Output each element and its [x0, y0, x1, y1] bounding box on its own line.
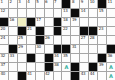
block-cell: [27, 54, 35, 62]
clue-number: 33: [9, 54, 14, 58]
grid-cell[interactable]: 21: [27, 27, 35, 35]
revealed-letter: A: [107, 64, 115, 70]
grid-cell[interactable]: [80, 18, 88, 26]
grid-cell[interactable]: [27, 9, 35, 17]
grid-cell[interactable]: [18, 63, 26, 71]
block-cell: [18, 72, 26, 80]
clue-number: 17: [36, 18, 41, 22]
grid-cell[interactable]: 44: [89, 72, 97, 80]
grid-cell[interactable]: [107, 36, 115, 44]
grid-cell[interactable]: [36, 9, 44, 17]
clue-number: 25: [18, 36, 23, 40]
block-cell: [45, 54, 53, 62]
grid-cell[interactable]: 43: [80, 72, 88, 80]
clue-number: 37: [1, 63, 6, 67]
clue-number: 21: [27, 27, 32, 31]
block-cell: [54, 45, 62, 53]
clue-number: 2: [9, 0, 11, 4]
grid-cell[interactable]: [98, 36, 106, 44]
grid-cell[interactable]: [54, 9, 62, 17]
grid-cell[interactable]: 42: [45, 72, 53, 80]
revealed-letter: A: [62, 64, 70, 70]
clue-number: 12: [1, 9, 6, 13]
block-cell: [98, 54, 106, 62]
grid-cell[interactable]: [18, 18, 26, 26]
clue-number: 16: [9, 18, 14, 22]
grid-cell[interactable]: 1: [0, 0, 8, 8]
clue-number: 24: [1, 36, 6, 40]
clue-number: 39: [99, 63, 104, 67]
clue-number: 3: [18, 0, 20, 4]
clue-number: 13: [63, 9, 68, 13]
grid-cell[interactable]: [18, 9, 26, 17]
clue-number: 18: [63, 18, 68, 22]
grid-cell[interactable]: 34: [54, 54, 62, 62]
block-cell: [27, 18, 35, 26]
grid-cell[interactable]: [98, 72, 106, 80]
grid-cell[interactable]: [36, 63, 44, 71]
block-cell: [89, 63, 97, 71]
grid-cell[interactable]: 35: [62, 54, 70, 62]
clue-number: 40: [1, 72, 6, 76]
revealed-letter: A: [107, 73, 115, 79]
clue-number: 22: [63, 27, 68, 31]
grid-cell[interactable]: [80, 45, 88, 53]
clue-number: 10: [90, 0, 95, 4]
grid-cell[interactable]: [62, 36, 70, 44]
grid-cell[interactable]: 7: [54, 0, 62, 8]
clue-number: 5: [36, 0, 38, 4]
grid-cell[interactable]: 25: [18, 36, 26, 44]
clue-number: 28: [90, 36, 95, 40]
grid-cell[interactable]: [45, 45, 53, 53]
grid-cell[interactable]: [89, 9, 97, 17]
clue-number: 11: [108, 0, 113, 4]
grid-cell[interactable]: 16: [9, 18, 17, 26]
grid-cell[interactable]: [45, 9, 53, 17]
block-cell: [71, 72, 79, 80]
clue-number: 26: [45, 36, 50, 40]
block-cell: [36, 27, 44, 35]
grid-cell[interactable]: 40: [0, 72, 8, 80]
block-cell: [71, 9, 79, 17]
clue-number: 1: [1, 0, 3, 4]
clue-number: 8: [72, 0, 74, 4]
grid-cell[interactable]: 11: [107, 0, 115, 8]
grid-cell[interactable]: 28: [89, 36, 97, 44]
grid-cell[interactable]: [9, 72, 17, 80]
block-cell: [62, 45, 70, 53]
grid-cell[interactable]: 19: [71, 18, 79, 26]
grid-cell[interactable]: [98, 45, 106, 53]
grid-cell[interactable]: [71, 27, 79, 35]
clue-number: 7: [54, 0, 56, 4]
grid-cell[interactable]: 12: [0, 9, 8, 17]
grid-cell[interactable]: [9, 9, 17, 17]
grid-cell[interactable]: [80, 63, 88, 71]
clue-number: 23: [99, 27, 104, 31]
grid-cell[interactable]: [107, 9, 115, 17]
clue-number: 31: [72, 45, 77, 49]
grid-cell[interactable]: 4: [27, 0, 35, 8]
grid-cell[interactable]: [45, 27, 53, 35]
block-cell: [9, 45, 17, 53]
clue-number: 19: [72, 18, 77, 22]
grid-cell[interactable]: A: [107, 72, 115, 80]
clue-number: 15: [99, 9, 104, 13]
grid-cell[interactable]: 9: [80, 0, 88, 8]
grid-cell[interactable]: 10: [89, 0, 97, 8]
grid-cell[interactable]: 26: [45, 36, 53, 44]
clue-number: 38: [54, 63, 59, 67]
grid-cell[interactable]: 39: [98, 63, 106, 71]
clue-number: 14: [81, 9, 86, 13]
grid-cell[interactable]: 41: [27, 72, 35, 80]
grid-cell[interactable]: 15: [98, 9, 106, 17]
block-cell: [18, 27, 26, 35]
grid-cell[interactable]: [89, 45, 97, 53]
clue-number: 29: [18, 45, 23, 49]
block-cell: [0, 18, 8, 26]
grid-cell[interactable]: [107, 27, 115, 35]
grid-cell[interactable]: 2: [9, 0, 17, 8]
grid-cell[interactable]: 3: [18, 0, 26, 8]
grid-cell[interactable]: [36, 54, 44, 62]
clue-number: 43: [81, 72, 86, 76]
clue-number: 42: [45, 72, 50, 76]
clue-number: 30: [36, 45, 41, 49]
grid-cell[interactable]: 13: [62, 9, 70, 17]
grid-cell[interactable]: [45, 18, 53, 26]
grid-cell[interactable]: 36: [107, 54, 115, 62]
grid-cell[interactable]: 37: [0, 63, 8, 71]
grid-cell[interactable]: A: [62, 63, 70, 71]
grid-cell[interactable]: [71, 54, 79, 62]
grid-cell[interactable]: [27, 36, 35, 44]
grid-cell[interactable]: 23: [98, 27, 106, 35]
block-cell: [62, 0, 70, 8]
block-cell: [71, 63, 79, 71]
grid-cell[interactable]: [9, 36, 17, 44]
grid-cell[interactable]: 38: [54, 63, 62, 71]
grid-cell[interactable]: 31: [71, 45, 79, 53]
grid-cell[interactable]: [36, 72, 44, 80]
grid-cell[interactable]: [89, 18, 97, 26]
clue-number: 35: [63, 54, 68, 58]
grid-cell[interactable]: [54, 36, 62, 44]
grid-cell[interactable]: [0, 45, 8, 53]
grid-cell[interactable]: A: [107, 63, 115, 71]
clue-number: 34: [54, 54, 59, 58]
grid-cell[interactable]: 24: [0, 36, 8, 44]
grid-cell[interactable]: [27, 63, 35, 71]
grid-cell[interactable]: [89, 54, 97, 62]
grid-cell[interactable]: 29: [18, 45, 26, 53]
grid-cell[interactable]: 33: [9, 54, 17, 62]
block-cell: [107, 45, 115, 53]
grid-cell[interactable]: [9, 63, 17, 71]
clue-number: 32: [1, 54, 6, 58]
grid-cell[interactable]: 27: [80, 36, 88, 44]
grid-cell[interactable]: [71, 36, 79, 44]
block-cell: [89, 27, 97, 35]
grid-cell[interactable]: [80, 54, 88, 62]
grid-cell[interactable]: [107, 18, 115, 26]
grid-cell[interactable]: [27, 45, 35, 53]
clue-number: 27: [81, 36, 86, 40]
grid-cell[interactable]: 14: [80, 9, 88, 17]
clue-number: 9: [81, 0, 83, 4]
grid-cell[interactable]: 20: [0, 27, 8, 35]
grid-cell[interactable]: 8: [71, 0, 79, 8]
clue-number: 41: [27, 72, 32, 76]
block-cell: [45, 63, 53, 71]
clue-number: 6: [45, 0, 47, 4]
clue-number: 36: [108, 54, 113, 58]
grid-cell[interactable]: 32: [0, 54, 8, 62]
block-cell: [36, 36, 44, 44]
clue-number: 20: [1, 27, 6, 31]
grid-cell[interactable]: 5: [36, 0, 44, 8]
clue-number: 44: [90, 72, 95, 76]
grid-cell[interactable]: 30: [36, 45, 44, 53]
block-cell: [54, 27, 62, 35]
grid-cell[interactable]: [54, 72, 62, 80]
grid-cell[interactable]: 22: [62, 27, 70, 35]
grid-cell[interactable]: [9, 27, 17, 35]
grid-cell[interactable]: 17: [36, 18, 44, 26]
grid-cell[interactable]: 6: [45, 0, 53, 8]
block-cell: [98, 0, 106, 8]
clue-number: 4: [27, 0, 29, 4]
block-cell: [54, 18, 62, 26]
crossword-grid: 1234567891011121314151617181920212223242…: [0, 0, 115, 80]
block-cell: [80, 27, 88, 35]
grid-cell[interactable]: 18: [62, 18, 70, 26]
grid-cell[interactable]: [98, 18, 106, 26]
grid-cell[interactable]: [62, 72, 70, 80]
grid-cell[interactable]: [18, 54, 26, 62]
